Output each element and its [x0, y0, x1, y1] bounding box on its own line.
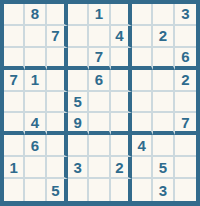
cell-r3c4-empty[interactable] — [68, 48, 89, 70]
cell-r7c6-empty[interactable] — [111, 135, 132, 157]
cell-r8c4-given[interactable]: 3 — [68, 157, 89, 179]
cell-r1c4-empty[interactable] — [68, 4, 89, 26]
cell-r6c6-empty[interactable] — [111, 113, 132, 135]
cell-r5c5-empty[interactable] — [89, 92, 110, 114]
cell-r7c3-empty[interactable] — [47, 135, 68, 157]
cell-r3c9-given[interactable]: 6 — [175, 48, 196, 70]
cell-r3c1-empty[interactable] — [4, 48, 25, 70]
cell-r1c3-empty[interactable] — [47, 4, 68, 26]
cell-r5c6-empty[interactable] — [111, 92, 132, 114]
cell-r5c7-empty[interactable] — [132, 92, 153, 114]
cell-r4c8-empty[interactable] — [153, 70, 174, 92]
cell-r9c2-empty[interactable] — [25, 179, 46, 201]
cell-r2c9-empty[interactable] — [175, 26, 196, 48]
cell-r3c6-empty[interactable] — [111, 48, 132, 70]
cell-r6c1-empty[interactable] — [4, 113, 25, 135]
cell-r6c5-empty[interactable] — [89, 113, 110, 135]
cell-r6c3-empty[interactable] — [47, 113, 68, 135]
cell-r5c1-empty[interactable] — [4, 92, 25, 114]
cell-r8c1-given[interactable]: 1 — [4, 157, 25, 179]
cell-r6c7-empty[interactable] — [132, 113, 153, 135]
cell-r6c4-given[interactable]: 9 — [68, 113, 89, 135]
cell-r5c9-empty[interactable] — [175, 92, 196, 114]
cell-r9c6-empty[interactable] — [111, 179, 132, 201]
cell-r5c2-empty[interactable] — [25, 92, 46, 114]
cell-r7c2-given[interactable]: 6 — [25, 135, 46, 157]
cell-r1c2-given[interactable]: 8 — [25, 4, 46, 26]
cell-r4c3-empty[interactable] — [47, 70, 68, 92]
cell-r6c8-empty[interactable] — [153, 113, 174, 135]
cell-r8c7-empty[interactable] — [132, 157, 153, 179]
cell-r9c5-empty[interactable] — [89, 179, 110, 201]
cell-r2c5-empty[interactable] — [89, 26, 110, 48]
cell-r6c2-given[interactable]: 4 — [25, 113, 46, 135]
cell-r7c9-empty[interactable] — [175, 135, 196, 157]
cell-r2c3-given[interactable]: 7 — [47, 26, 68, 48]
cell-r3c5-given[interactable]: 7 — [89, 48, 110, 70]
cell-r7c4-empty[interactable] — [68, 135, 89, 157]
cell-r2c4-empty[interactable] — [68, 26, 89, 48]
cell-r9c4-empty[interactable] — [68, 179, 89, 201]
cell-r2c6-given[interactable]: 4 — [111, 26, 132, 48]
cell-r4c9-given[interactable]: 2 — [175, 70, 196, 92]
cell-r5c3-empty[interactable] — [47, 92, 68, 114]
cell-r8c5-empty[interactable] — [89, 157, 110, 179]
cell-r1c5-given[interactable]: 1 — [89, 4, 110, 26]
cell-r4c7-empty[interactable] — [132, 70, 153, 92]
cell-r1c8-empty[interactable] — [153, 4, 174, 26]
cell-r3c8-empty[interactable] — [153, 48, 174, 70]
cell-r9c3-given[interactable]: 5 — [47, 179, 68, 201]
cell-r5c4-given[interactable]: 5 — [68, 92, 89, 114]
cell-r1c7-empty[interactable] — [132, 4, 153, 26]
cell-r8c2-empty[interactable] — [25, 157, 46, 179]
cell-r9c8-given[interactable]: 3 — [153, 179, 174, 201]
cell-r4c5-given[interactable]: 6 — [89, 70, 110, 92]
cell-r9c1-empty[interactable] — [4, 179, 25, 201]
cell-r8c3-empty[interactable] — [47, 157, 68, 179]
cell-r4c1-given[interactable]: 7 — [4, 70, 25, 92]
cell-r7c7-given[interactable]: 4 — [132, 135, 153, 157]
cell-r9c7-empty[interactable] — [132, 179, 153, 201]
cell-r7c1-empty[interactable] — [4, 135, 25, 157]
cell-r9c9-empty[interactable] — [175, 179, 196, 201]
cell-r7c8-empty[interactable] — [153, 135, 174, 157]
cell-r2c2-empty[interactable] — [25, 26, 46, 48]
cell-r8c9-empty[interactable] — [175, 157, 196, 179]
cell-r8c8-given[interactable]: 5 — [153, 157, 174, 179]
cell-r3c7-empty[interactable] — [132, 48, 153, 70]
sudoku-board: 813742767162549764132553 — [0, 0, 200, 206]
cell-r1c1-empty[interactable] — [4, 4, 25, 26]
cell-r3c2-empty[interactable] — [25, 48, 46, 70]
sudoku-app: 813742767162549764132553 — [0, 0, 200, 206]
cell-r1c9-given[interactable]: 3 — [175, 4, 196, 26]
cell-r8c6-given[interactable]: 2 — [111, 157, 132, 179]
cell-r4c4-empty[interactable] — [68, 70, 89, 92]
cell-r4c6-empty[interactable] — [111, 70, 132, 92]
cell-r5c8-empty[interactable] — [153, 92, 174, 114]
cell-r4c2-given[interactable]: 1 — [25, 70, 46, 92]
cell-r7c5-empty[interactable] — [89, 135, 110, 157]
cell-r3c3-empty[interactable] — [47, 48, 68, 70]
cell-r2c1-empty[interactable] — [4, 26, 25, 48]
cell-r2c8-given[interactable]: 2 — [153, 26, 174, 48]
cell-r2c7-empty[interactable] — [132, 26, 153, 48]
cell-r6c9-given[interactable]: 7 — [175, 113, 196, 135]
cell-r1c6-empty[interactable] — [111, 4, 132, 26]
